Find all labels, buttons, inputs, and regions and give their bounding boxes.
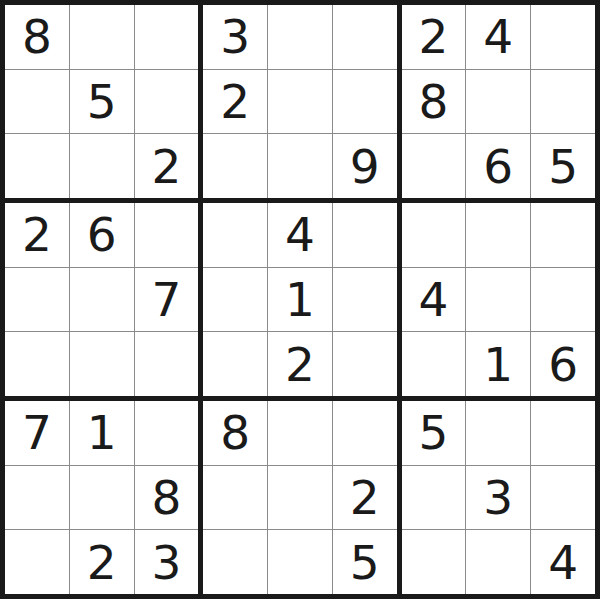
cell-r3c8[interactable]: 6 [466,134,530,198]
cell-r5c8[interactable] [466,268,530,332]
cell-r6c2[interactable] [70,332,134,396]
cell-r8c4[interactable] [203,466,267,530]
cell-r7c3[interactable] [135,401,199,465]
cell-r4c7[interactable] [402,203,466,267]
cell-r7c7[interactable]: 5 [402,401,466,465]
cell-r4c4[interactable] [203,203,267,267]
cell-r4c5[interactable]: 4 [268,203,332,267]
cell-r5c1[interactable] [5,268,69,332]
cell-r2c3[interactable] [135,70,199,134]
cell-r8c7[interactable] [402,466,466,530]
cell-r8c1[interactable] [5,466,69,530]
cell-r1c2[interactable] [70,5,134,69]
cell-r6c3[interactable] [135,332,199,396]
box-0-2: 24865 [402,5,595,198]
cell-r2c4[interactable]: 2 [203,70,267,134]
cell-r5c3[interactable]: 7 [135,268,199,332]
box-2-2: 534 [402,401,595,594]
cell-r1c9[interactable] [531,5,595,69]
cell-r4c3[interactable] [135,203,199,267]
box-1-1: 412 [203,203,396,396]
sudoku-page: 8523292486526741241671823825534 [0,0,600,599]
cell-r7c2[interactable]: 1 [70,401,134,465]
cell-r2c8[interactable] [466,70,530,134]
cell-r5c6[interactable] [333,268,397,332]
cell-r3c7[interactable] [402,134,466,198]
cell-r6c4[interactable] [203,332,267,396]
cell-r8c9[interactable] [531,466,595,530]
cell-r5c5[interactable]: 1 [268,268,332,332]
sudoku-board: 8523292486526741241671823825534 [0,0,600,599]
cell-r7c5[interactable] [268,401,332,465]
cell-r9c2[interactable]: 2 [70,530,134,594]
cell-r3c6[interactable]: 9 [333,134,397,198]
cell-r8c6[interactable]: 2 [333,466,397,530]
box-2-0: 71823 [5,401,198,594]
cell-r3c2[interactable] [70,134,134,198]
cell-r6c1[interactable] [5,332,69,396]
cell-r2c7[interactable]: 8 [402,70,466,134]
cell-r1c1[interactable]: 8 [5,5,69,69]
box-0-0: 852 [5,5,198,198]
box-1-0: 267 [5,203,198,396]
cell-r1c3[interactable] [135,5,199,69]
cell-r6c6[interactable] [333,332,397,396]
box-0-1: 329 [203,5,396,198]
box-2-1: 825 [203,401,396,594]
cell-r1c6[interactable] [333,5,397,69]
cell-r7c8[interactable] [466,401,530,465]
cell-r7c6[interactable] [333,401,397,465]
cell-r8c3[interactable]: 8 [135,466,199,530]
cell-r9c8[interactable] [466,530,530,594]
cell-r8c2[interactable] [70,466,134,530]
cell-r6c5[interactable]: 2 [268,332,332,396]
cell-r2c5[interactable] [268,70,332,134]
cell-r9c7[interactable] [402,530,466,594]
cell-r8c8[interactable]: 3 [466,466,530,530]
cell-r9c3[interactable]: 3 [135,530,199,594]
cell-r4c9[interactable] [531,203,595,267]
cell-r7c4[interactable]: 8 [203,401,267,465]
cell-r2c6[interactable] [333,70,397,134]
cell-r9c1[interactable] [5,530,69,594]
cell-r5c2[interactable] [70,268,134,332]
cell-r9c4[interactable] [203,530,267,594]
cell-r4c1[interactable]: 2 [5,203,69,267]
cell-r3c1[interactable] [5,134,69,198]
cell-r6c9[interactable]: 6 [531,332,595,396]
cell-r7c9[interactable] [531,401,595,465]
cell-r1c8[interactable]: 4 [466,5,530,69]
cell-r4c8[interactable] [466,203,530,267]
cell-r2c1[interactable] [5,70,69,134]
cell-r5c4[interactable] [203,268,267,332]
cell-r8c5[interactable] [268,466,332,530]
cell-r4c6[interactable] [333,203,397,267]
cell-r1c7[interactable]: 2 [402,5,466,69]
cell-r9c9[interactable]: 4 [531,530,595,594]
cell-r5c7[interactable]: 4 [402,268,466,332]
cell-r3c3[interactable]: 2 [135,134,199,198]
cell-r2c2[interactable]: 5 [70,70,134,134]
cell-r9c5[interactable] [268,530,332,594]
cell-r9c6[interactable]: 5 [333,530,397,594]
cell-r1c5[interactable] [268,5,332,69]
cell-r7c1[interactable]: 7 [5,401,69,465]
box-1-2: 416 [402,203,595,396]
cell-r6c7[interactable] [402,332,466,396]
cell-r4c2[interactable]: 6 [70,203,134,267]
cell-r3c5[interactable] [268,134,332,198]
cell-r6c8[interactable]: 1 [466,332,530,396]
cell-r1c4[interactable]: 3 [203,5,267,69]
cell-r5c9[interactable] [531,268,595,332]
cell-r3c4[interactable] [203,134,267,198]
cell-r2c9[interactable] [531,70,595,134]
cell-r3c9[interactable]: 5 [531,134,595,198]
